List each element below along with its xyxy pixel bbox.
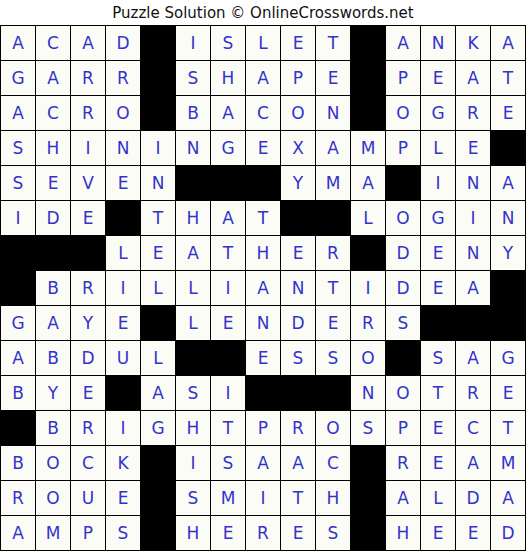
black-cell [491, 271, 525, 305]
letter-cell: M [36, 516, 70, 550]
black-cell [1, 271, 35, 305]
letter-cell: I [1, 201, 35, 235]
letter-cell: L [421, 481, 455, 515]
letter-cell: C [246, 96, 280, 130]
black-cell [211, 166, 245, 200]
black-cell [211, 341, 245, 375]
letter-cell: I [211, 271, 245, 305]
letter-cell: L [176, 271, 210, 305]
letter-cell: N [141, 166, 175, 200]
letter-cell: R [1, 481, 35, 515]
black-cell [386, 166, 420, 200]
letter-cell: T [316, 271, 350, 305]
letter-cell: S [106, 516, 140, 550]
black-cell [1, 236, 35, 270]
letter-cell: T [491, 61, 525, 95]
letter-cell: E [491, 376, 525, 410]
letter-cell: R [71, 411, 105, 445]
letter-cell: B [36, 411, 70, 445]
letter-cell: G [1, 306, 35, 340]
letter-cell: P [71, 516, 105, 550]
black-cell [351, 516, 385, 550]
letter-cell: X [281, 131, 315, 165]
letter-cell: E [421, 516, 455, 550]
letter-cell: A [211, 96, 245, 130]
letter-cell: I [421, 166, 455, 200]
letter-cell: O [106, 96, 140, 130]
letter-cell: G [421, 201, 455, 235]
black-cell [141, 481, 175, 515]
letter-cell: L [246, 26, 280, 60]
letter-cell: E [421, 61, 455, 95]
letter-cell: E [246, 341, 280, 375]
letter-cell: T [281, 481, 315, 515]
black-cell [246, 166, 280, 200]
black-cell [176, 166, 210, 200]
letter-cell: G [491, 341, 525, 375]
black-cell [36, 236, 70, 270]
letter-cell: A [351, 166, 385, 200]
letter-cell: P [281, 61, 315, 95]
letter-cell: A [456, 271, 490, 305]
black-cell [246, 376, 280, 410]
letter-cell: M [351, 131, 385, 165]
letter-cell: T [491, 411, 525, 445]
black-cell [141, 306, 175, 340]
letter-cell: G [421, 96, 455, 130]
black-cell [351, 446, 385, 480]
letter-cell: P [386, 131, 420, 165]
letter-cell: I [106, 411, 140, 445]
letter-cell: A [141, 376, 175, 410]
letter-cell: S [386, 306, 420, 340]
crossword-grid: ACADISLETANKAGARRSHAPEPEATACROBACONOGRES… [0, 25, 526, 551]
letter-cell: T [211, 411, 245, 445]
letter-cell: O [351, 341, 385, 375]
letter-cell: S [1, 166, 35, 200]
letter-cell: A [1, 516, 35, 550]
black-cell [176, 341, 210, 375]
black-cell [141, 26, 175, 60]
black-cell [71, 236, 105, 270]
letter-cell: N [491, 201, 525, 235]
letter-cell: Y [71, 306, 105, 340]
letter-cell: A [71, 26, 105, 60]
black-cell [316, 376, 350, 410]
letter-cell: C [36, 96, 70, 130]
letter-cell: D [386, 236, 420, 270]
letter-cell: I [176, 446, 210, 480]
black-cell [386, 341, 420, 375]
letter-cell: N [421, 26, 455, 60]
letter-cell: A [176, 236, 210, 270]
letter-cell: E [316, 306, 350, 340]
letter-cell: N [246, 306, 280, 340]
letter-cell: P [386, 411, 420, 445]
letter-cell: E [71, 201, 105, 235]
letter-cell: D [456, 481, 490, 515]
letter-cell: I [71, 131, 105, 165]
letter-cell: T [246, 201, 280, 235]
letter-cell: B [1, 376, 35, 410]
letter-cell: P [386, 61, 420, 95]
black-cell [106, 376, 140, 410]
letter-cell: A [36, 61, 70, 95]
letter-cell: L [176, 306, 210, 340]
black-cell [106, 201, 140, 235]
letter-cell: U [71, 481, 105, 515]
letter-cell: I [456, 201, 490, 235]
letter-cell: E [281, 26, 315, 60]
letter-cell: V [71, 166, 105, 200]
letter-cell: C [456, 411, 490, 445]
letter-cell: A [491, 481, 525, 515]
letter-cell: E [456, 516, 490, 550]
letter-cell: I [351, 271, 385, 305]
puzzle-solution-page: Puzzle Solution © OnlineCrosswords.net A… [0, 0, 526, 551]
black-cell [141, 516, 175, 550]
letter-cell: S [176, 376, 210, 410]
letter-cell: S [176, 481, 210, 515]
letter-cell: N [106, 131, 140, 165]
letter-cell: T [211, 236, 245, 270]
letter-cell: E [421, 271, 455, 305]
letter-cell: A [456, 446, 490, 480]
black-cell [351, 236, 385, 270]
letter-cell: H [176, 411, 210, 445]
letter-cell: E [106, 481, 140, 515]
black-cell [351, 61, 385, 95]
letter-cell: S [421, 341, 455, 375]
letter-cell: R [386, 446, 420, 480]
letter-cell: O [316, 411, 350, 445]
letter-cell: N [351, 376, 385, 410]
letter-cell: I [141, 131, 175, 165]
letter-cell: A [1, 96, 35, 130]
letter-cell: C [316, 446, 350, 480]
letter-cell: A [456, 341, 490, 375]
letter-cell: H [386, 516, 420, 550]
letter-cell: M [211, 481, 245, 515]
black-cell [281, 201, 315, 235]
letter-cell: E [281, 236, 315, 270]
letter-cell: O [386, 96, 420, 130]
letter-cell: C [36, 26, 70, 60]
letter-cell: S [211, 26, 245, 60]
letter-cell: G [1, 61, 35, 95]
letter-cell: M [316, 166, 350, 200]
black-cell [141, 96, 175, 130]
letter-cell: H [176, 516, 210, 550]
letter-cell: I [176, 26, 210, 60]
letter-cell: A [246, 446, 280, 480]
letter-cell: H [211, 61, 245, 95]
black-cell [421, 306, 455, 340]
letter-cell: B [36, 341, 70, 375]
letter-cell: G [211, 131, 245, 165]
letter-cell: T [141, 201, 175, 235]
letter-cell: A [246, 61, 280, 95]
letter-cell: P [246, 411, 280, 445]
black-cell [351, 481, 385, 515]
letter-cell: H [36, 131, 70, 165]
black-cell [281, 376, 315, 410]
letter-cell: N [456, 236, 490, 270]
letter-cell: D [491, 516, 525, 550]
letter-cell: E [421, 446, 455, 480]
letter-cell: T [421, 376, 455, 410]
black-cell [351, 26, 385, 60]
letter-cell: R [456, 96, 490, 130]
letter-cell: A [386, 26, 420, 60]
letter-cell: A [456, 61, 490, 95]
letter-cell: S [211, 446, 245, 480]
letter-cell: L [421, 131, 455, 165]
letter-cell: H [246, 236, 280, 270]
letter-cell: G [141, 411, 175, 445]
letter-cell: R [316, 236, 350, 270]
letter-cell: L [141, 271, 175, 305]
letter-cell: R [281, 411, 315, 445]
letter-cell: E [71, 376, 105, 410]
black-cell [351, 96, 385, 130]
letter-cell: A [281, 446, 315, 480]
letter-cell: E [421, 411, 455, 445]
letter-cell: O [281, 96, 315, 130]
letter-cell: B [1, 446, 35, 480]
letter-cell: D [281, 306, 315, 340]
letter-cell: L [351, 201, 385, 235]
letter-cell: R [71, 96, 105, 130]
letter-cell: A [1, 341, 35, 375]
letter-cell: R [106, 61, 140, 95]
letter-cell: O [386, 376, 420, 410]
letter-cell: N [456, 166, 490, 200]
letter-cell: H [176, 201, 210, 235]
letter-cell: Y [281, 166, 315, 200]
page-title: Puzzle Solution © OnlineCrosswords.net [0, 0, 526, 25]
letter-cell: A [1, 26, 35, 60]
letter-cell: S [1, 131, 35, 165]
letter-cell: R [71, 271, 105, 305]
letter-cell: E [211, 306, 245, 340]
letter-cell: R [71, 61, 105, 95]
letter-cell: Y [491, 236, 525, 270]
letter-cell: E [281, 516, 315, 550]
letter-cell: R [456, 376, 490, 410]
letter-cell: A [211, 201, 245, 235]
letter-cell: N [281, 271, 315, 305]
letter-cell: E [421, 236, 455, 270]
letter-cell: B [176, 96, 210, 130]
letter-cell: A [491, 26, 525, 60]
letter-cell: A [36, 306, 70, 340]
letter-cell: H [316, 481, 350, 515]
letter-cell: B [36, 271, 70, 305]
letter-cell: A [316, 131, 350, 165]
letter-cell: Y [36, 376, 70, 410]
letter-cell: R [351, 306, 385, 340]
letter-cell: I [211, 376, 245, 410]
letter-cell: L [106, 236, 140, 270]
letter-cell: S [281, 341, 315, 375]
letter-cell: S [316, 341, 350, 375]
black-cell [1, 411, 35, 445]
letter-cell: A [246, 271, 280, 305]
letter-cell: O [36, 481, 70, 515]
letter-cell: D [106, 26, 140, 60]
letter-cell: K [106, 446, 140, 480]
letter-cell: U [106, 341, 140, 375]
letter-cell: N [176, 131, 210, 165]
letter-cell: E [106, 166, 140, 200]
letter-cell: E [36, 166, 70, 200]
letter-cell: R [246, 516, 280, 550]
letter-cell: D [36, 201, 70, 235]
letter-cell: T [316, 26, 350, 60]
letter-cell: S [176, 61, 210, 95]
letter-cell: C [71, 446, 105, 480]
black-cell [141, 446, 175, 480]
letter-cell: D [71, 341, 105, 375]
letter-cell: E [211, 516, 245, 550]
black-cell [456, 306, 490, 340]
black-cell [141, 61, 175, 95]
letter-cell: K [456, 26, 490, 60]
letter-cell: I [246, 481, 280, 515]
letter-cell: E [456, 131, 490, 165]
letter-cell: D [386, 271, 420, 305]
letter-cell: O [386, 201, 420, 235]
letter-cell: A [491, 166, 525, 200]
letter-cell: L [141, 341, 175, 375]
letter-cell: S [351, 411, 385, 445]
letter-cell: N [316, 96, 350, 130]
letter-cell: E [316, 61, 350, 95]
letter-cell: O [36, 446, 70, 480]
letter-cell: I [106, 271, 140, 305]
black-cell [491, 131, 525, 165]
letter-cell: E [141, 236, 175, 270]
letter-cell: M [491, 446, 525, 480]
letter-cell: E [106, 306, 140, 340]
letter-cell: S [316, 516, 350, 550]
black-cell [316, 201, 350, 235]
letter-cell: E [491, 96, 525, 130]
black-cell [491, 306, 525, 340]
letter-cell: A [386, 481, 420, 515]
letter-cell: E [246, 131, 280, 165]
